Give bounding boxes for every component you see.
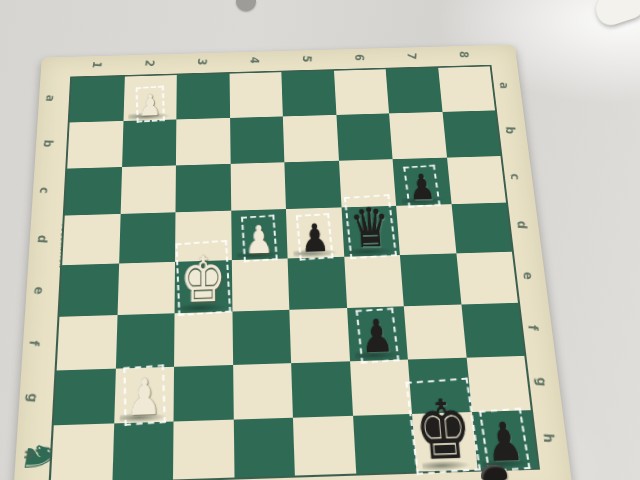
rank-label-top-7: 7 (407, 50, 416, 62)
piece-wP-d4[interactable]: ♟ (245, 221, 274, 258)
rank-label-top-5: 5 (302, 53, 311, 65)
file-label-left-e: e (34, 283, 44, 297)
square-c8[interactable] (447, 156, 507, 205)
square-d1[interactable] (62, 214, 120, 265)
offboard-gray-piece (236, 0, 256, 11)
square-b8[interactable] (442, 110, 500, 157)
square-c2[interactable] (120, 165, 176, 214)
square-b6[interactable] (336, 113, 393, 160)
square-f6[interactable]: ♟ (347, 306, 408, 361)
square-b4[interactable] (230, 116, 285, 163)
piece-bP-h8[interactable]: ♟ (484, 417, 526, 469)
square-c7[interactable]: ♟ (393, 157, 452, 206)
square-d5[interactable]: ♟ (286, 208, 344, 259)
square-d7[interactable] (396, 204, 456, 255)
square-b3[interactable] (176, 118, 230, 165)
piece-bP-c7[interactable]: ♟ (408, 171, 437, 205)
square-h1[interactable] (51, 424, 114, 480)
square-a5[interactable] (281, 71, 336, 116)
coordinate-labels: 1122334455667788aabbccddeeffgghh (42, 45, 515, 58)
square-c5[interactable] (284, 160, 341, 209)
square-g1[interactable] (54, 368, 116, 425)
piece-bK-h7[interactable]: ♚ (412, 391, 475, 470)
file-label-left-d: d (37, 233, 47, 246)
rank-label-top-3: 3 (198, 56, 206, 68)
square-a7[interactable] (386, 68, 442, 113)
square-a4[interactable] (229, 72, 283, 118)
offboard-black-piece (481, 465, 507, 480)
square-e7[interactable] (400, 253, 461, 306)
piece-bQ-d6[interactable]: ♛ (349, 203, 392, 255)
square-g8[interactable] (466, 355, 531, 412)
square-h8[interactable]: ♟ (471, 410, 537, 469)
square-b2[interactable] (122, 119, 177, 166)
square-b7[interactable] (389, 112, 446, 159)
square-h6[interactable] (353, 414, 417, 473)
square-g6[interactable] (350, 359, 413, 416)
file-label-left-c: c (40, 184, 48, 197)
piece-bP-f6[interactable]: ♟ (360, 315, 395, 359)
file-label-left-a: a (46, 92, 55, 104)
rank-label-top-2: 2 (145, 58, 154, 70)
file-label-left-g: g (27, 390, 38, 405)
rank-label-top-1: 1 (92, 59, 101, 71)
rank-label-top-8: 8 (459, 49, 469, 60)
file-label-left-f: f (31, 336, 38, 350)
piece-bP-d5[interactable]: ♟ (300, 220, 330, 257)
offboard-white-piece (593, 0, 640, 29)
file-label-right-f: f (529, 321, 536, 335)
square-f1[interactable] (57, 315, 117, 370)
square-h4[interactable] (233, 418, 295, 478)
square-e8[interactable] (456, 252, 518, 305)
chess-board: ♟♟♟♟♛♚♟♟♚♟ (48, 65, 540, 480)
square-f5[interactable] (289, 308, 349, 363)
square-h5[interactable] (293, 416, 356, 475)
file-label-right-d: d (517, 219, 528, 232)
file-label-left-h: h (24, 447, 35, 463)
square-e5[interactable] (288, 257, 347, 310)
table-scene: ♘ US CHESS FEDERATION ♞ 1122334455667788… (0, 0, 640, 480)
square-e1[interactable] (59, 264, 118, 317)
file-label-right-g: g (536, 375, 547, 390)
square-g4[interactable] (233, 363, 293, 420)
piece-wP-g2[interactable]: ♟ (126, 374, 162, 423)
square-h3[interactable] (173, 420, 234, 480)
square-c4[interactable] (230, 162, 286, 211)
square-f2[interactable] (115, 313, 174, 368)
square-f8[interactable] (461, 303, 524, 358)
file-label-right-h: h (543, 431, 555, 446)
square-g5[interactable] (291, 361, 352, 418)
square-a8[interactable] (438, 66, 495, 111)
file-label-right-e: e (523, 269, 533, 283)
square-e2[interactable] (117, 262, 175, 315)
square-b5[interactable] (283, 115, 339, 162)
file-label-right-a: a (500, 79, 510, 91)
piece-wP-a2[interactable]: ♟ (138, 91, 161, 119)
square-f7[interactable] (404, 304, 466, 359)
rank-label-top-6: 6 (355, 52, 364, 64)
square-g3[interactable] (174, 365, 234, 422)
square-c1[interactable] (65, 167, 122, 216)
square-g2[interactable]: ♟ (114, 366, 174, 423)
square-e6[interactable] (344, 255, 404, 308)
square-d4[interactable]: ♟ (231, 209, 288, 260)
square-e3[interactable]: ♚ (175, 260, 232, 313)
piece-wK-e3[interactable]: ♚ (180, 251, 226, 312)
square-e4[interactable] (231, 258, 289, 311)
square-a6[interactable] (334, 69, 389, 114)
square-c3[interactable] (175, 163, 230, 212)
file-label-right-b: b (505, 124, 515, 136)
square-a1[interactable] (70, 77, 125, 123)
square-b1[interactable] (67, 121, 123, 168)
square-a2[interactable]: ♟ (123, 75, 177, 121)
square-d2[interactable] (119, 213, 176, 264)
board-mat: ♘ US CHESS FEDERATION ♞ 1122334455667788… (12, 45, 575, 480)
square-a3[interactable] (176, 74, 229, 120)
square-h2[interactable] (112, 422, 174, 480)
square-h7[interactable]: ♚ (412, 412, 477, 471)
square-f3[interactable] (174, 311, 233, 366)
file-label-right-c: c (511, 170, 520, 183)
board-mat-wrap: ♘ US CHESS FEDERATION ♞ 1122334455667788… (12, 45, 575, 480)
square-d6[interactable]: ♛ (341, 206, 400, 257)
square-d8[interactable] (451, 203, 512, 254)
rank-label-top-4: 4 (250, 55, 259, 67)
square-f4[interactable] (232, 310, 291, 365)
file-label-left-b: b (43, 137, 53, 149)
